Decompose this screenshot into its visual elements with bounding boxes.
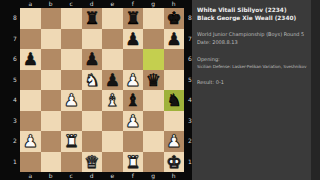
rank-label-3: 3 bbox=[11, 111, 19, 132]
white-rook-piece[interactable]: ♜ bbox=[64, 131, 79, 152]
file-label-f: f bbox=[123, 0, 144, 8]
square-d3[interactable] bbox=[82, 111, 103, 132]
square-g6[interactable] bbox=[143, 49, 164, 70]
square-h8[interactable]: ♚ bbox=[164, 8, 185, 29]
square-f2[interactable] bbox=[123, 131, 144, 152]
white-rook-piece[interactable]: ♜ bbox=[125, 152, 140, 173]
square-d8[interactable]: ♜ bbox=[82, 8, 103, 29]
square-a5[interactable] bbox=[20, 70, 41, 91]
white-pawn-piece[interactable]: ♟ bbox=[166, 131, 181, 152]
file-label-g: g bbox=[143, 172, 164, 180]
file-label-e: e bbox=[102, 172, 123, 180]
square-c1[interactable] bbox=[61, 152, 82, 173]
square-f6[interactable] bbox=[123, 49, 144, 70]
opening-name: Sicilian Defense: Lasker-Pelikan Variati… bbox=[197, 64, 310, 69]
white-pawn-piece[interactable]: ♟ bbox=[125, 70, 140, 91]
rank-label-6: 6 bbox=[11, 49, 19, 70]
black-pawn-piece[interactable]: ♟ bbox=[125, 29, 140, 50]
white-pawn-piece[interactable]: ♟ bbox=[64, 90, 79, 111]
rank-labels-left: 87654321 bbox=[11, 8, 19, 172]
square-g7[interactable] bbox=[143, 29, 164, 50]
square-a6[interactable]: ♟ bbox=[20, 49, 41, 70]
black-pawn-piece[interactable]: ♟ bbox=[166, 29, 181, 50]
square-h1[interactable]: ♚ bbox=[164, 152, 185, 173]
rank-label-2: 2 bbox=[11, 131, 19, 152]
file-label-b: b bbox=[41, 0, 62, 8]
square-a8[interactable] bbox=[20, 8, 41, 29]
square-h6[interactable] bbox=[164, 49, 185, 70]
file-label-d: d bbox=[82, 0, 103, 8]
square-a2[interactable]: ♟ bbox=[20, 131, 41, 152]
black-rook-piece[interactable]: ♜ bbox=[84, 8, 99, 29]
rank-label-7: 7 bbox=[11, 29, 19, 50]
black-knight-piece[interactable]: ♞ bbox=[166, 90, 181, 111]
square-h2[interactable]: ♟ bbox=[164, 131, 185, 152]
file-label-e: e bbox=[102, 0, 123, 8]
file-labels-bottom: abcdefgh bbox=[20, 172, 184, 180]
square-d7[interactable] bbox=[82, 29, 103, 50]
square-f8[interactable]: ♜ bbox=[123, 8, 144, 29]
square-e8[interactable] bbox=[102, 8, 123, 29]
square-b7[interactable] bbox=[41, 29, 62, 50]
file-label-h: h bbox=[164, 0, 185, 8]
file-labels-top: abcdefgh bbox=[20, 0, 184, 8]
rank-label-4: 4 bbox=[11, 90, 19, 111]
square-a1[interactable] bbox=[20, 152, 41, 173]
square-e3[interactable] bbox=[102, 111, 123, 132]
file-label-f: f bbox=[123, 172, 144, 180]
square-c8[interactable] bbox=[61, 8, 82, 29]
file-label-c: c bbox=[61, 0, 82, 8]
rank-label-5: 5 bbox=[11, 70, 19, 91]
square-e7[interactable] bbox=[102, 29, 123, 50]
file-label-a: a bbox=[20, 0, 41, 8]
square-g1[interactable] bbox=[143, 152, 164, 173]
square-f3[interactable]: ♟ bbox=[123, 111, 144, 132]
panel-right-edge bbox=[311, 0, 320, 180]
white-pawn-piece[interactable]: ♟ bbox=[23, 131, 38, 152]
square-a3[interactable] bbox=[20, 111, 41, 132]
square-b8[interactable] bbox=[41, 8, 62, 29]
white-king-piece[interactable]: ♚ bbox=[166, 152, 181, 173]
square-d5[interactable]: ♞ bbox=[82, 70, 103, 91]
square-a4[interactable] bbox=[20, 90, 41, 111]
rank-label-1: 1 bbox=[11, 152, 19, 173]
white-queen-piece[interactable]: ♛ bbox=[84, 152, 99, 173]
square-f7[interactable]: ♟ bbox=[123, 29, 144, 50]
square-h3[interactable] bbox=[164, 111, 185, 132]
square-h7[interactable]: ♟ bbox=[164, 29, 185, 50]
square-g8[interactable] bbox=[143, 8, 164, 29]
square-c6[interactable] bbox=[61, 49, 82, 70]
black-pawn-piece[interactable]: ♟ bbox=[23, 49, 38, 70]
black-queen-piece[interactable]: ♛ bbox=[146, 70, 161, 91]
black-bishop-piece[interactable]: ♝ bbox=[125, 90, 140, 111]
square-g2[interactable] bbox=[143, 131, 164, 152]
square-b2[interactable] bbox=[41, 131, 62, 152]
screenshot-root: abcdefgh 87654321 ♜♜♚♟♟♟♟♞♟♟♛♟♝♝♞♟♟♜♟♛♜♚… bbox=[0, 0, 320, 180]
square-f5[interactable]: ♟ bbox=[123, 70, 144, 91]
date-line: Date: 2008.8.13 bbox=[197, 39, 310, 45]
square-c5[interactable] bbox=[61, 70, 82, 91]
file-label-d: d bbox=[82, 172, 103, 180]
black-king-piece[interactable]: ♚ bbox=[166, 8, 181, 29]
square-g3[interactable] bbox=[143, 111, 164, 132]
file-label-a: a bbox=[20, 172, 41, 180]
square-b1[interactable] bbox=[41, 152, 62, 173]
square-c2[interactable]: ♜ bbox=[61, 131, 82, 152]
rank-label-8: 8 bbox=[11, 8, 19, 29]
square-d4[interactable] bbox=[82, 90, 103, 111]
square-b3[interactable] bbox=[41, 111, 62, 132]
square-h5[interactable] bbox=[164, 70, 185, 91]
square-d1[interactable]: ♛ bbox=[82, 152, 103, 173]
event-line: World Junior Championship (Boys) Round 5 bbox=[197, 31, 310, 37]
square-e6[interactable] bbox=[102, 49, 123, 70]
square-g4[interactable] bbox=[143, 90, 164, 111]
file-label-h: h bbox=[164, 172, 185, 180]
square-c7[interactable] bbox=[61, 29, 82, 50]
opening-label: Opening: bbox=[197, 56, 310, 62]
white-knight-piece[interactable]: ♞ bbox=[84, 70, 99, 91]
white-player-line: White Vitali Sibilyov (2234) bbox=[197, 7, 310, 13]
square-c4[interactable]: ♟ bbox=[61, 90, 82, 111]
square-c3[interactable] bbox=[61, 111, 82, 132]
white-pawn-piece[interactable]: ♟ bbox=[125, 111, 140, 132]
file-label-c: c bbox=[61, 172, 82, 180]
square-g5[interactable]: ♛ bbox=[143, 70, 164, 91]
black-rook-piece[interactable]: ♜ bbox=[125, 8, 140, 29]
square-b5[interactable] bbox=[41, 70, 62, 91]
square-e4[interactable]: ♝ bbox=[102, 90, 123, 111]
file-label-g: g bbox=[143, 0, 164, 8]
black-player-line: Black George Xie Weall (2340) bbox=[197, 15, 310, 21]
file-label-b: b bbox=[41, 172, 62, 180]
square-d6[interactable]: ♟ bbox=[82, 49, 103, 70]
square-h4[interactable]: ♞ bbox=[164, 90, 185, 111]
chess-board[interactable]: ♜♜♚♟♟♟♟♞♟♟♛♟♝♝♞♟♟♜♟♛♜♚ bbox=[20, 8, 184, 172]
result-line: Result: 0-1 bbox=[197, 79, 310, 85]
square-a7[interactable] bbox=[20, 29, 41, 50]
square-d2[interactable] bbox=[82, 131, 103, 152]
square-e1[interactable] bbox=[102, 152, 123, 173]
square-b4[interactable] bbox=[41, 90, 62, 111]
square-e5[interactable]: ♟ bbox=[102, 70, 123, 91]
black-pawn-piece[interactable]: ♟ bbox=[84, 49, 99, 70]
square-f1[interactable]: ♜ bbox=[123, 152, 144, 173]
square-b6[interactable] bbox=[41, 49, 62, 70]
white-bishop-piece[interactable]: ♝ bbox=[105, 90, 120, 111]
square-e2[interactable] bbox=[102, 131, 123, 152]
black-pawn-piece[interactable]: ♟ bbox=[105, 70, 120, 91]
square-f4[interactable]: ♝ bbox=[123, 90, 144, 111]
game-info-panel: White Vitali Sibilyov (2234) Black Georg… bbox=[192, 0, 320, 180]
